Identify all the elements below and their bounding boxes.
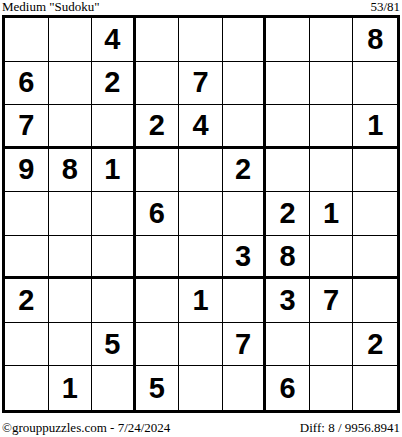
sudoku-cell-r7c4[interactable] <box>136 279 180 323</box>
sudoku-cell-r8c6: 7 <box>223 323 267 367</box>
sudoku-cell-r5c4: 6 <box>136 192 180 236</box>
sudoku-cell-r8c9: 2 <box>353 323 397 367</box>
sudoku-cell-r1c7[interactable] <box>266 18 310 62</box>
sudoku-cell-r5c7: 2 <box>266 192 310 236</box>
page-title: Medium "Sudoku" <box>2 0 100 14</box>
sudoku-cell-r6c9[interactable] <box>353 236 397 280</box>
sudoku-cell-r7c7: 3 <box>266 279 310 323</box>
sudoku-cell-r1c4[interactable] <box>136 18 180 62</box>
sudoku-cell-r1c3: 4 <box>92 18 136 62</box>
sudoku-cell-r7c3[interactable] <box>92 279 136 323</box>
sudoku-cell-r6c6: 3 <box>223 236 267 280</box>
given-digit: 1 <box>323 197 339 230</box>
given-digit: 6 <box>149 197 165 230</box>
given-digit: 3 <box>235 240 251 273</box>
sudoku-cell-r8c7[interactable] <box>266 323 310 367</box>
sudoku-cell-r8c1[interactable] <box>5 323 49 367</box>
copyright-text: ©grouppuzzles.com - 7/24/2024 <box>2 420 170 435</box>
sudoku-cell-r3c7[interactable] <box>266 105 310 149</box>
sudoku-cell-r4c7[interactable] <box>266 149 310 193</box>
sudoku-cell-r4c8[interactable] <box>310 149 354 193</box>
sudoku-cell-r4c5[interactable] <box>179 149 223 193</box>
given-digit: 7 <box>192 66 208 99</box>
sudoku-cell-r9c1[interactable] <box>5 366 49 410</box>
sudoku-cell-r5c5[interactable] <box>179 192 223 236</box>
sudoku-cell-r3c3[interactable] <box>92 105 136 149</box>
sudoku-cell-r2c5: 7 <box>179 62 223 106</box>
sudoku-cell-r2c6[interactable] <box>223 62 267 106</box>
given-digit: 2 <box>18 284 34 317</box>
sudoku-cell-r4c1: 9 <box>5 149 49 193</box>
given-digit: 1 <box>192 284 208 317</box>
sudoku-cell-r6c3[interactable] <box>92 236 136 280</box>
sudoku-cell-r1c6[interactable] <box>223 18 267 62</box>
sudoku-cell-r3c2[interactable] <box>49 105 93 149</box>
given-digit: 1 <box>62 372 78 405</box>
sudoku-cell-r2c8[interactable] <box>310 62 354 106</box>
sudoku-cell-r7c5: 1 <box>179 279 223 323</box>
given-digit: 6 <box>18 66 34 99</box>
given-digit: 2 <box>149 109 165 142</box>
given-digit: 4 <box>192 109 208 142</box>
sudoku-cell-r9c5[interactable] <box>179 366 223 410</box>
given-digit: 1 <box>367 109 383 142</box>
given-digit: 7 <box>323 284 339 317</box>
sudoku-cell-r7c2[interactable] <box>49 279 93 323</box>
sudoku-cell-r7c1: 2 <box>5 279 49 323</box>
sudoku-grid: 4862772419812621382137572156 <box>2 15 400 413</box>
sudoku-cell-r8c2[interactable] <box>49 323 93 367</box>
given-digit: 8 <box>280 240 296 273</box>
sudoku-cell-r3c8[interactable] <box>310 105 354 149</box>
sudoku-cell-r9c7: 6 <box>266 366 310 410</box>
sudoku-cell-r5c8: 1 <box>310 192 354 236</box>
sudoku-cell-r9c8[interactable] <box>310 366 354 410</box>
sudoku-cell-r2c1: 6 <box>5 62 49 106</box>
sudoku-cell-r1c2[interactable] <box>49 18 93 62</box>
sudoku-cell-r2c4[interactable] <box>136 62 180 106</box>
sudoku-cell-r9c4: 5 <box>136 366 180 410</box>
given-digit: 7 <box>18 109 34 142</box>
sudoku-cell-r5c6[interactable] <box>223 192 267 236</box>
sudoku-cell-r4c3: 1 <box>92 149 136 193</box>
given-digit: 2 <box>235 153 251 186</box>
sudoku-cell-r6c4[interactable] <box>136 236 180 280</box>
given-digit: 5 <box>104 328 120 361</box>
sudoku-cell-r4c9[interactable] <box>353 149 397 193</box>
given-digit: 2 <box>367 328 383 361</box>
sudoku-cell-r6c8[interactable] <box>310 236 354 280</box>
given-digit: 6 <box>280 372 296 405</box>
sudoku-page: Medium "Sudoku" 53/81 486277241981262138… <box>0 0 402 437</box>
sudoku-cell-r2c9[interactable] <box>353 62 397 106</box>
sudoku-cell-r4c2: 8 <box>49 149 93 193</box>
sudoku-cell-r8c8[interactable] <box>310 323 354 367</box>
sudoku-cell-r1c8[interactable] <box>310 18 354 62</box>
sudoku-cell-r5c3[interactable] <box>92 192 136 236</box>
sudoku-cell-r4c4[interactable] <box>136 149 180 193</box>
given-digit: 1 <box>104 153 120 186</box>
sudoku-cell-r6c7: 8 <box>266 236 310 280</box>
sudoku-cell-r7c9[interactable] <box>353 279 397 323</box>
sudoku-cell-r1c5[interactable] <box>179 18 223 62</box>
sudoku-cell-r3c5: 4 <box>179 105 223 149</box>
sudoku-cell-r9c9[interactable] <box>353 366 397 410</box>
sudoku-cell-r7c6[interactable] <box>223 279 267 323</box>
sudoku-cell-r2c7[interactable] <box>266 62 310 106</box>
sudoku-cell-r5c9[interactable] <box>353 192 397 236</box>
given-digit: 8 <box>62 153 78 186</box>
sudoku-cell-r6c2[interactable] <box>49 236 93 280</box>
sudoku-cell-r3c4: 2 <box>136 105 180 149</box>
given-digit: 4 <box>104 23 120 56</box>
sudoku-cell-r1c9: 8 <box>353 18 397 62</box>
sudoku-cell-r7c8: 7 <box>310 279 354 323</box>
given-digit: 8 <box>367 23 383 56</box>
given-digit: 2 <box>280 197 296 230</box>
given-digit: 9 <box>18 153 34 186</box>
sudoku-cell-r3c6[interactable] <box>223 105 267 149</box>
sudoku-cell-r8c4[interactable] <box>136 323 180 367</box>
sudoku-cell-r1c1[interactable] <box>5 18 49 62</box>
footer: ©grouppuzzles.com - 7/24/2024 Diff: 8 / … <box>2 418 400 435</box>
sudoku-cell-r6c1[interactable] <box>5 236 49 280</box>
sudoku-cell-r9c2: 1 <box>49 366 93 410</box>
given-digit: 5 <box>149 372 165 405</box>
sudoku-cell-r2c3: 2 <box>92 62 136 106</box>
sudoku-cell-r2c2[interactable] <box>49 62 93 106</box>
sudoku-cell-r8c3: 5 <box>92 323 136 367</box>
sudoku-cell-r3c1: 7 <box>5 105 49 149</box>
difficulty-text: Diff: 8 / 9956.8941 <box>300 420 400 435</box>
given-digit: 7 <box>235 328 251 361</box>
given-digit: 2 <box>104 66 120 99</box>
sudoku-cell-r6c5[interactable] <box>179 236 223 280</box>
sudoku-cell-r5c2[interactable] <box>49 192 93 236</box>
sudoku-cell-r4c6: 2 <box>223 149 267 193</box>
sudoku-cell-r5c1[interactable] <box>5 192 49 236</box>
header: Medium "Sudoku" 53/81 <box>2 0 400 15</box>
sudoku-cell-r9c6[interactable] <box>223 366 267 410</box>
empty-cell-counter: 53/81 <box>370 0 400 14</box>
sudoku-cell-r8c5[interactable] <box>179 323 223 367</box>
given-digit: 3 <box>280 284 296 317</box>
sudoku-cell-r9c3[interactable] <box>92 366 136 410</box>
sudoku-cell-r3c9: 1 <box>353 105 397 149</box>
